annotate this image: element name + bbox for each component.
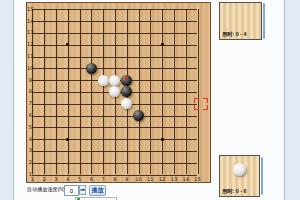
stone-white-7-9 [98,75,109,86]
col-label: 6 [86,177,96,182]
play-button[interactable]: 播放 [89,185,106,196]
col-label: 3 [51,177,61,182]
stone-white-9-7 [121,98,132,109]
star-point [161,138,164,141]
col-label: 1 [27,177,37,182]
row-label: 2 [27,160,32,165]
star-point [66,138,69,141]
white-player-panel: 用时: 0 - 6 [219,155,260,197]
col-label: 11 [145,177,155,182]
speed-label: 自动播放速度(N): [27,187,66,193]
star-point [66,43,69,46]
cursor-corner-icon [194,98,199,103]
gomoku-board[interactable]: 1511421331241151069788796105114123132141… [26,2,211,183]
grid-line-v [150,9,151,174]
col-label: 8 [110,177,120,182]
grid-line-h [32,163,197,164]
row-label: 8 [27,89,32,94]
cursor-brackets [194,98,208,110]
grid-line-h [32,139,197,140]
app-window: 1511421331241151069788796105114123132141… [0,0,300,200]
grid-line-h [32,104,197,105]
grid-line-v [186,9,187,174]
col-label: 7 [98,177,108,182]
cursor-corner-icon [203,98,208,103]
col-label: 10 [134,177,144,182]
black-player-score: 用时: 0 - 4 [222,32,246,38]
spinner-down-button[interactable] [79,190,86,195]
stone-black-9-9 [121,75,132,86]
panel-accent-top [263,3,265,39]
col-label: 4 [63,177,73,182]
row-label: 9 [27,78,32,83]
grid-line-v [198,9,199,174]
col-label: 15 [193,177,203,182]
col-label: 14 [181,177,191,182]
grid-line-h [32,127,197,128]
row-label: 15 [27,7,32,12]
row-label: 10 [27,66,32,71]
clipped-bottom-control [75,197,117,200]
panel-accent-bottom [261,157,263,195]
cursor-corner-icon [194,105,199,110]
grid-line-h [32,116,197,117]
stone-white-8-9 [109,75,120,86]
row-label: 1 [27,172,32,177]
grid-line-v [174,9,175,174]
row-label: 14 [27,19,32,24]
clipped-green-indicator [77,198,80,200]
speed-input[interactable] [64,185,79,196]
col-label: 13 [169,177,179,182]
row-label: 7 [27,101,32,106]
white-stone-icon [233,163,246,176]
row-label: 6 [27,113,32,118]
row-label: 5 [27,125,32,130]
white-player-score: 用时: 0 - 6 [222,189,246,195]
row-label: 13 [27,30,32,35]
row-label: 4 [27,137,32,142]
col-label: 12 [157,177,167,182]
col-label: 2 [39,177,49,182]
stone-black-10-6 [133,110,144,121]
left-separator-line [13,0,14,200]
grid-line-h [32,151,197,152]
row-label: 3 [27,148,32,153]
last-move-marker [125,77,128,80]
stone-black-9-8 [121,86,132,97]
grid-line-h [32,175,197,176]
star-point [161,43,164,46]
col-label: 9 [122,177,132,182]
black-player-panel: 用时: 0 - 4 [219,2,262,40]
stone-black-6-10 [86,63,97,74]
grid-line-v [162,9,163,174]
row-label: 12 [27,42,32,47]
grid-line-v [139,9,140,174]
row-label: 11 [27,54,32,59]
col-label: 5 [75,177,85,182]
right-separator-line [284,0,285,200]
stone-white-8-8 [109,86,120,97]
cursor-corner-icon [203,105,208,110]
